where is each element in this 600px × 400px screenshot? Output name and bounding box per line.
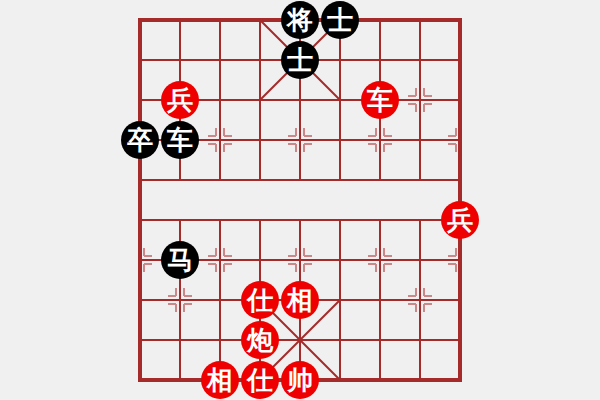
point-2-2[interactable] (200, 80, 240, 120)
point-4-3[interactable] (280, 120, 320, 160)
point-4-4[interactable] (280, 160, 320, 200)
black-soldier[interactable]: 卒 (121, 121, 159, 159)
point-6-5[interactable] (360, 200, 400, 240)
point-0-3[interactable]: 卒 (120, 120, 160, 160)
point-5-3[interactable] (320, 120, 360, 160)
point-1-2[interactable]: 兵 (160, 80, 200, 120)
point-5-9[interactable] (320, 360, 360, 400)
point-2-4[interactable] (200, 160, 240, 200)
point-6-9[interactable] (360, 360, 400, 400)
point-6-0[interactable] (360, 0, 400, 40)
point-3-9[interactable]: 仕 (240, 360, 280, 400)
red-elephant[interactable]: 相 (281, 281, 319, 319)
point-7-7[interactable] (400, 280, 440, 320)
point-0-8[interactable] (120, 320, 160, 360)
black-advisor[interactable]: 士 (281, 41, 319, 79)
point-8-2[interactable] (440, 80, 480, 120)
point-1-0[interactable] (160, 0, 200, 40)
red-soldier[interactable]: 兵 (161, 81, 199, 119)
point-7-1[interactable] (400, 40, 440, 80)
point-8-5[interactable]: 兵 (440, 200, 480, 240)
point-4-8[interactable] (280, 320, 320, 360)
point-7-2[interactable] (400, 80, 440, 120)
red-advisor[interactable]: 仕 (241, 361, 279, 399)
point-7-9[interactable] (400, 360, 440, 400)
point-6-6[interactable] (360, 240, 400, 280)
point-5-4[interactable] (320, 160, 360, 200)
point-5-6[interactable] (320, 240, 360, 280)
xiangqi-board: 将士士兵车卒车兵马仕相炮相仕帅 (120, 0, 480, 400)
red-elephant[interactable]: 相 (201, 361, 239, 399)
red-chariot[interactable]: 车 (361, 81, 399, 119)
point-5-5[interactable] (320, 200, 360, 240)
point-8-7[interactable] (440, 280, 480, 320)
point-1-8[interactable] (160, 320, 200, 360)
point-3-5[interactable] (240, 200, 280, 240)
black-horse[interactable]: 马 (161, 241, 199, 279)
point-2-1[interactable] (200, 40, 240, 80)
red-cannon[interactable]: 炮 (241, 321, 279, 359)
point-1-4[interactable] (160, 160, 200, 200)
point-0-5[interactable] (120, 200, 160, 240)
black-advisor[interactable]: 士 (321, 1, 359, 39)
red-general[interactable]: 帅 (281, 361, 319, 399)
point-6-7[interactable] (360, 280, 400, 320)
point-7-8[interactable] (400, 320, 440, 360)
point-7-0[interactable] (400, 0, 440, 40)
point-3-2[interactable] (240, 80, 280, 120)
point-5-2[interactable] (320, 80, 360, 120)
point-5-1[interactable] (320, 40, 360, 80)
point-8-6[interactable] (440, 240, 480, 280)
point-6-1[interactable] (360, 40, 400, 80)
point-6-8[interactable] (360, 320, 400, 360)
point-0-9[interactable] (120, 360, 160, 400)
point-6-4[interactable] (360, 160, 400, 200)
point-3-7[interactable]: 仕 (240, 280, 280, 320)
point-3-4[interactable] (240, 160, 280, 200)
point-0-7[interactable] (120, 280, 160, 320)
point-1-3[interactable]: 车 (160, 120, 200, 160)
point-4-0[interactable]: 将 (280, 0, 320, 40)
point-8-3[interactable] (440, 120, 480, 160)
point-3-8[interactable]: 炮 (240, 320, 280, 360)
point-1-1[interactable] (160, 40, 200, 80)
point-2-6[interactable] (200, 240, 240, 280)
point-8-4[interactable] (440, 160, 480, 200)
black-chariot[interactable]: 车 (161, 121, 199, 159)
point-1-9[interactable] (160, 360, 200, 400)
point-2-8[interactable] (200, 320, 240, 360)
point-1-5[interactable] (160, 200, 200, 240)
point-7-4[interactable] (400, 160, 440, 200)
point-2-7[interactable] (200, 280, 240, 320)
point-4-6[interactable] (280, 240, 320, 280)
point-2-3[interactable] (200, 120, 240, 160)
red-soldier[interactable]: 兵 (441, 201, 479, 239)
point-5-8[interactable] (320, 320, 360, 360)
point-5-7[interactable] (320, 280, 360, 320)
point-2-9[interactable]: 相 (200, 360, 240, 400)
point-5-0[interactable]: 士 (320, 0, 360, 40)
point-4-5[interactable] (280, 200, 320, 240)
point-6-2[interactable]: 车 (360, 80, 400, 120)
point-3-6[interactable] (240, 240, 280, 280)
red-advisor[interactable]: 仕 (241, 281, 279, 319)
xiangqi-screenshot: 将士士兵车卒车兵马仕相炮相仕帅 (0, 0, 600, 400)
point-2-5[interactable] (200, 200, 240, 240)
point-7-6[interactable] (400, 240, 440, 280)
point-0-0[interactable] (120, 0, 160, 40)
point-0-6[interactable] (120, 240, 160, 280)
point-3-3[interactable] (240, 120, 280, 160)
point-8-8[interactable] (440, 320, 480, 360)
point-4-9[interactable]: 帅 (280, 360, 320, 400)
point-6-3[interactable] (360, 120, 400, 160)
point-4-7[interactable]: 相 (280, 280, 320, 320)
point-3-0[interactable] (240, 0, 280, 40)
point-8-9[interactable] (440, 360, 480, 400)
point-7-5[interactable] (400, 200, 440, 240)
point-1-6[interactable]: 马 (160, 240, 200, 280)
point-0-2[interactable] (120, 80, 160, 120)
point-1-7[interactable] (160, 280, 200, 320)
point-3-1[interactable] (240, 40, 280, 80)
point-8-0[interactable] (440, 0, 480, 40)
black-general[interactable]: 将 (281, 1, 319, 39)
point-4-2[interactable] (280, 80, 320, 120)
point-4-1[interactable]: 士 (280, 40, 320, 80)
point-0-4[interactable] (120, 160, 160, 200)
point-8-1[interactable] (440, 40, 480, 80)
point-2-0[interactable] (200, 0, 240, 40)
point-0-1[interactable] (120, 40, 160, 80)
point-7-3[interactable] (400, 120, 440, 160)
